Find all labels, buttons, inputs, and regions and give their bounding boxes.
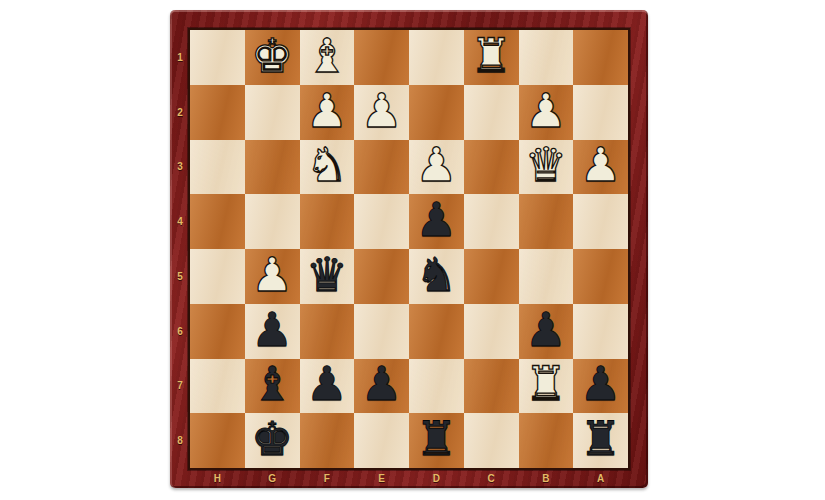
square-c7[interactable] xyxy=(464,359,519,414)
square-a8[interactable]: ♜ xyxy=(573,413,628,468)
square-b6[interactable]: ♟ xyxy=(519,304,574,359)
square-e5[interactable] xyxy=(354,249,409,304)
rank-label-4: 4 xyxy=(170,194,190,249)
file-label-g: G xyxy=(245,468,300,488)
square-e1[interactable] xyxy=(354,30,409,85)
piece-white-pawn-a3[interactable]: ♟ xyxy=(580,141,622,188)
file-label-c: C xyxy=(464,468,519,488)
rank-label-6: 6 xyxy=(170,304,190,359)
square-b7[interactable]: ♜ xyxy=(519,359,574,414)
piece-black-queen-f5[interactable]: ♛ xyxy=(306,251,348,298)
square-g6[interactable]: ♟ xyxy=(245,304,300,359)
square-g5[interactable]: ♟ xyxy=(245,249,300,304)
square-h4[interactable] xyxy=(190,194,245,249)
piece-black-king-g8[interactable]: ♚ xyxy=(251,415,293,462)
square-c6[interactable] xyxy=(464,304,519,359)
piece-white-rook-b7[interactable]: ♜ xyxy=(525,360,567,407)
square-e2[interactable]: ♟ xyxy=(354,85,409,140)
square-d5[interactable]: ♞ xyxy=(409,249,464,304)
square-h7[interactable] xyxy=(190,359,245,414)
chess-board: ♚♝♜♟♟♟♞♟♛♟♟♟♛♞♟♟♝♟♟♜♟♚♜♜ xyxy=(190,30,628,468)
square-e8[interactable] xyxy=(354,413,409,468)
square-g4[interactable] xyxy=(245,194,300,249)
piece-white-pawn-f2[interactable]: ♟ xyxy=(306,87,348,134)
square-b5[interactable] xyxy=(519,249,574,304)
piece-black-pawn-e7[interactable]: ♟ xyxy=(361,360,403,407)
rank-label-8: 8 xyxy=(170,413,190,468)
piece-black-pawn-f7[interactable]: ♟ xyxy=(306,360,348,407)
piece-black-pawn-d4[interactable]: ♟ xyxy=(415,196,457,243)
file-label-f: F xyxy=(300,468,355,488)
square-b2[interactable]: ♟ xyxy=(519,85,574,140)
piece-white-pawn-g5[interactable]: ♟ xyxy=(251,251,293,298)
square-d3[interactable]: ♟ xyxy=(409,140,464,195)
page: 12345678 HGFEDCBA ♚♝♜♟♟♟♞♟♛♟♟♟♛♞♟♟♝♟♟♜♟♚… xyxy=(0,0,825,500)
square-c3[interactable] xyxy=(464,140,519,195)
square-a4[interactable] xyxy=(573,194,628,249)
square-g3[interactable] xyxy=(245,140,300,195)
square-a1[interactable] xyxy=(573,30,628,85)
square-c8[interactable] xyxy=(464,413,519,468)
square-b3[interactable]: ♛ xyxy=(519,140,574,195)
square-a6[interactable] xyxy=(573,304,628,359)
square-h5[interactable] xyxy=(190,249,245,304)
square-d1[interactable] xyxy=(409,30,464,85)
piece-white-knight-f3[interactable]: ♞ xyxy=(306,141,348,188)
square-g7[interactable]: ♝ xyxy=(245,359,300,414)
square-b8[interactable] xyxy=(519,413,574,468)
square-e6[interactable] xyxy=(354,304,409,359)
file-label-b: B xyxy=(519,468,574,488)
square-a2[interactable] xyxy=(573,85,628,140)
square-a5[interactable] xyxy=(573,249,628,304)
square-h8[interactable] xyxy=(190,413,245,468)
piece-white-queen-b3[interactable]: ♛ xyxy=(525,141,567,188)
file-label-h: H xyxy=(190,468,245,488)
rank-label-2: 2 xyxy=(170,85,190,140)
square-f7[interactable]: ♟ xyxy=(300,359,355,414)
square-f8[interactable] xyxy=(300,413,355,468)
piece-black-pawn-a7[interactable]: ♟ xyxy=(580,360,622,407)
square-c5[interactable] xyxy=(464,249,519,304)
square-a3[interactable]: ♟ xyxy=(573,140,628,195)
rank-labels: 12345678 xyxy=(170,30,190,468)
square-g8[interactable]: ♚ xyxy=(245,413,300,468)
square-f4[interactable] xyxy=(300,194,355,249)
piece-white-king-g1[interactable]: ♚ xyxy=(251,32,293,79)
file-label-a: A xyxy=(573,468,628,488)
chess-board-frame: 12345678 HGFEDCBA ♚♝♜♟♟♟♞♟♛♟♟♟♛♞♟♟♝♟♟♜♟♚… xyxy=(170,10,648,488)
square-d4[interactable]: ♟ xyxy=(409,194,464,249)
square-g1[interactable]: ♚ xyxy=(245,30,300,85)
piece-white-pawn-e2[interactable]: ♟ xyxy=(361,87,403,134)
square-f1[interactable]: ♝ xyxy=(300,30,355,85)
square-d6[interactable] xyxy=(409,304,464,359)
piece-white-pawn-d3[interactable]: ♟ xyxy=(415,141,457,188)
square-e4[interactable] xyxy=(354,194,409,249)
square-h3[interactable] xyxy=(190,140,245,195)
square-d2[interactable] xyxy=(409,85,464,140)
file-label-d: D xyxy=(409,468,464,488)
file-labels: HGFEDCBA xyxy=(190,468,628,488)
rank-label-7: 7 xyxy=(170,359,190,414)
piece-black-rook-a8[interactable]: ♜ xyxy=(580,415,622,462)
square-c4[interactable] xyxy=(464,194,519,249)
square-b4[interactable] xyxy=(519,194,574,249)
square-d7[interactable] xyxy=(409,359,464,414)
square-h1[interactable] xyxy=(190,30,245,85)
piece-black-rook-d8[interactable]: ♜ xyxy=(415,415,457,462)
piece-black-knight-d5[interactable]: ♞ xyxy=(415,251,457,298)
piece-white-rook-c1[interactable]: ♜ xyxy=(470,32,512,79)
square-a7[interactable]: ♟ xyxy=(573,359,628,414)
square-f5[interactable]: ♛ xyxy=(300,249,355,304)
square-f2[interactable]: ♟ xyxy=(300,85,355,140)
square-b1[interactable] xyxy=(519,30,574,85)
square-c1[interactable]: ♜ xyxy=(464,30,519,85)
square-g2[interactable] xyxy=(245,85,300,140)
square-f3[interactable]: ♞ xyxy=(300,140,355,195)
piece-white-bishop-f1[interactable]: ♝ xyxy=(306,32,348,79)
square-e3[interactable] xyxy=(354,140,409,195)
piece-white-pawn-b2[interactable]: ♟ xyxy=(525,87,567,134)
square-e7[interactable]: ♟ xyxy=(354,359,409,414)
square-f6[interactable] xyxy=(300,304,355,359)
piece-black-bishop-g7[interactable]: ♝ xyxy=(251,360,293,407)
square-h2[interactable] xyxy=(190,85,245,140)
rank-label-1: 1 xyxy=(170,30,190,85)
piece-black-pawn-g6[interactable]: ♟ xyxy=(251,306,293,353)
square-c2[interactable] xyxy=(464,85,519,140)
rank-label-3: 3 xyxy=(170,140,190,195)
piece-black-pawn-b6[interactable]: ♟ xyxy=(525,306,567,353)
file-label-e: E xyxy=(354,468,409,488)
rank-label-5: 5 xyxy=(170,249,190,304)
square-d8[interactable]: ♜ xyxy=(409,413,464,468)
square-h6[interactable] xyxy=(190,304,245,359)
